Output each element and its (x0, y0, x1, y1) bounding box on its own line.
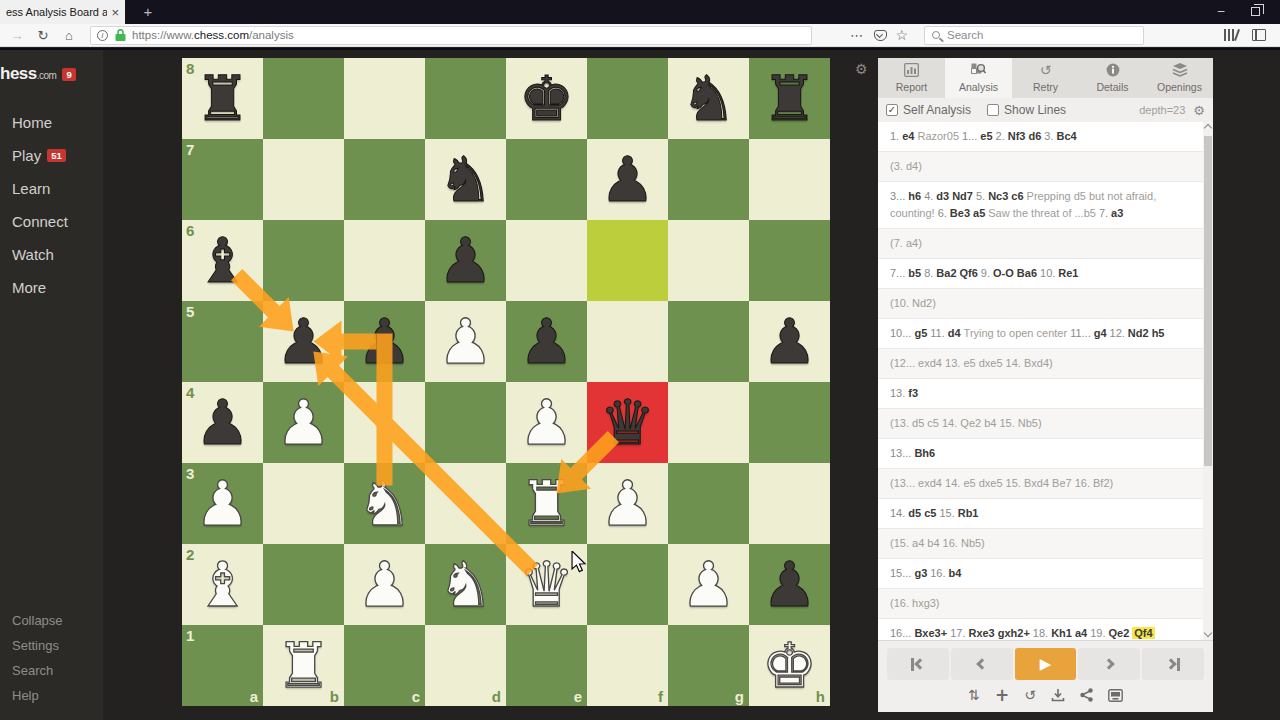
square-b1[interactable]: b♜ (263, 625, 344, 706)
variation-row: (12... exd4 13. e5 dxe5 14. Bxd4) (878, 349, 1213, 379)
move[interactable]: Kh1 (1051, 627, 1072, 639)
chesscom-page: hess.com 9 HomePlay51LearnConnectWatchMo… (0, 50, 1280, 720)
scroll-down-icon[interactable] (1204, 629, 1212, 637)
chess-board: 8♜♚♞♜7♞♟6♝♟5♟♟♟♟♟4♟♟♟♛3♟♞♜♟2♝♟♞♛♟♟1ab♜cd… (182, 58, 830, 706)
sidebar-footer-collapse[interactable]: Collapse (0, 608, 103, 633)
move[interactable]: d4 (948, 327, 961, 339)
comment: Razor05 (917, 130, 959, 142)
square-g1[interactable]: g (668, 625, 749, 706)
url-bar[interactable]: i https://www.chess.com/analysis (90, 26, 812, 45)
move[interactable]: d6 (1028, 130, 1041, 142)
move[interactable]: f3 (908, 387, 918, 399)
square-h7[interactable] (749, 139, 830, 220)
move[interactable]: O-O (993, 267, 1014, 279)
play-move-button[interactable]: ▶ (1015, 648, 1077, 680)
mouse-cursor (570, 551, 588, 573)
square-d6[interactable]: ♟ (425, 220, 506, 301)
tab-label: Details (1096, 81, 1128, 93)
show-lines-checkbox[interactable] (987, 104, 999, 116)
file-label: f (658, 688, 663, 705)
square-h2[interactable]: ♟ (749, 544, 830, 625)
report-icon (904, 63, 919, 78)
move-list-scrollbar[interactable] (1203, 122, 1213, 640)
move-number[interactable]: 3... (890, 190, 905, 202)
move[interactable]: Qf6 (960, 267, 978, 279)
variation-row: (13. d5 c5 14. Qe2 b4 15. Nb5) (878, 409, 1213, 439)
scrollbar-thumb[interactable] (1204, 136, 1212, 466)
scroll-up-icon[interactable] (1204, 124, 1212, 132)
rank-label: 6 (186, 222, 194, 239)
sidebar-footer-search[interactable]: Search (0, 658, 103, 683)
square-a3[interactable]: 3♟ (182, 463, 263, 544)
search-placeholder: Search (947, 29, 983, 41)
left-sidebar: hess.com 9 HomePlay51LearnConnectWatchMo… (0, 50, 103, 720)
white-knight-d2[interactable]: ♞ (438, 554, 494, 616)
analysis-panel: ReportAnalysis↺RetryDetailsOpenings ✓ Se… (878, 58, 1213, 712)
browser-titlebar: ess Analysis Board and PGN × + – (0, 0, 1280, 24)
square-c2[interactable]: ♟ (344, 544, 425, 625)
square-d3[interactable] (425, 463, 506, 544)
move[interactable]: gxh2+ (998, 627, 1030, 639)
move[interactable]: g4 (1094, 327, 1107, 339)
move-number[interactable]: 10... (890, 327, 911, 339)
white-rook-b1[interactable]: ♜ (276, 635, 332, 697)
square-f2[interactable] (587, 544, 668, 625)
panel-tabs: ReportAnalysis↺RetryDetailsOpenings (878, 58, 1213, 98)
square-a5[interactable]: 5 (182, 301, 263, 382)
forward-icon[interactable]: → (4, 28, 30, 43)
search-bar[interactable]: Search (924, 26, 1144, 45)
square-c1[interactable]: c (344, 625, 425, 706)
square-c3[interactable]: ♞ (344, 463, 425, 544)
square-c4[interactable] (344, 382, 425, 463)
black-pawn-h5[interactable]: ♟ (762, 311, 818, 373)
black-knight-d7[interactable]: ♞ (438, 149, 494, 211)
move-number[interactable]: 2. (996, 130, 1005, 142)
black-rook-a8[interactable]: ♜ (195, 68, 251, 130)
tab-openings[interactable]: Openings (1146, 58, 1213, 98)
move-number[interactable]: 12. (1110, 327, 1125, 339)
white-pawn-b4[interactable]: ♟ (276, 392, 332, 454)
mainline-row: 13.f3 (878, 379, 1213, 409)
square-g6[interactable] (668, 220, 749, 301)
white-pawn-c2[interactable]: ♟ (357, 554, 413, 616)
board-tools-row: ⇅+↺ (887, 682, 1204, 708)
browser-tab[interactable]: ess Analysis Board and PGN × (0, 0, 125, 24)
move[interactable]: e4 (902, 130, 914, 142)
sidebar-item-connect[interactable]: Connect (0, 205, 103, 238)
tab-analysis[interactable]: Analysis (945, 58, 1012, 98)
move-number[interactable]: 18. (1033, 627, 1048, 639)
square-a1[interactable]: 1a (182, 625, 263, 706)
black-pawn-e5[interactable]: ♟ (519, 311, 575, 373)
white-king-h1[interactable]: ♚ (762, 635, 818, 697)
rank-label: 4 (186, 384, 194, 401)
tab-label: Report (896, 81, 928, 93)
square-d8[interactable] (425, 58, 506, 139)
square-a8[interactable]: 8♜ (182, 58, 263, 139)
retry-icon: ↺ (1040, 63, 1052, 78)
square-g7[interactable] (668, 139, 749, 220)
openings-icon (1172, 63, 1188, 78)
variation-row: (16. hxg3) (878, 589, 1213, 619)
prev-move-button[interactable] (951, 648, 1013, 680)
black-pawn-h2[interactable]: ♟ (762, 554, 818, 616)
sidebar-item-home[interactable]: Home (0, 106, 103, 139)
square-f8[interactable] (587, 58, 668, 139)
last-move-button[interactable] (1142, 648, 1204, 680)
next-move-button[interactable] (1078, 648, 1140, 680)
share-icon[interactable] (1080, 688, 1093, 702)
variation-row: (7. a4) (878, 229, 1213, 259)
sidebar-item-more[interactable]: More (0, 271, 103, 304)
logo-text: hess.com (0, 64, 56, 84)
variation-row: (10. Nd2) (878, 289, 1213, 319)
white-queen-e2[interactable]: ♛ (519, 554, 575, 616)
details-icon (1106, 63, 1120, 78)
tab-label: Openings (1157, 81, 1202, 93)
rank-label: 1 (186, 627, 194, 644)
white-pawn-g2[interactable]: ♟ (681, 554, 737, 616)
move[interactable]: Nd2 (1128, 327, 1149, 339)
square-g5[interactable] (668, 301, 749, 382)
move[interactable]: e5 (980, 130, 992, 142)
move[interactable]: Be3 (950, 207, 970, 219)
engine-depth: depth=23 (1139, 104, 1185, 116)
square-e1[interactable]: e (506, 625, 587, 706)
mainline-row: 15...g316.b4 (878, 559, 1213, 589)
library-icon[interactable] (1224, 29, 1240, 41)
move[interactable]: Bxe3+ (914, 627, 947, 639)
window-restore-button[interactable] (1240, 0, 1270, 24)
variation-row: (3. d4) (878, 152, 1213, 182)
move-nav-row: ▶ (887, 648, 1204, 680)
mainline-row: 13...Bh6 (878, 439, 1213, 469)
black-bishop-a6[interactable]: ♝ (195, 230, 251, 292)
black-pawn-d6[interactable]: ♟ (438, 230, 494, 292)
square-g3[interactable] (668, 463, 749, 544)
move-number[interactable]: 6. (938, 207, 947, 219)
comment: (3. d4) (890, 160, 922, 172)
black-pawn-f7[interactable]: ♟ (600, 149, 656, 211)
square-d7[interactable]: ♞ (425, 139, 506, 220)
move[interactable]: Nf3 (1008, 130, 1026, 142)
next-icon (1104, 658, 1115, 669)
analysis-options-row: ✓ Self Analysis Show Lines depth=23 ⚙ (878, 98, 1213, 122)
last-icon (1165, 658, 1176, 669)
mainline-row: 10...g511.d4Trying to open center11...g4… (878, 319, 1213, 349)
move[interactable]: h6 (908, 190, 921, 202)
move-number[interactable]: 15. (939, 507, 954, 519)
variation-row: (13... exd4 14. e5 dxe5 15. Bxd4 Be7 16.… (878, 469, 1213, 499)
sidebar-menu: HomePlay51LearnConnectWatchMore (0, 106, 103, 304)
bookmark-star-icon[interactable]: ☆ (895, 27, 908, 43)
black-pawn-c5[interactable]: ♟ (357, 311, 413, 373)
square-d2[interactable]: ♞ (425, 544, 506, 625)
square-a2[interactable]: 2♝ (182, 544, 263, 625)
square-c7[interactable] (344, 139, 425, 220)
move-number[interactable]: 17. (950, 627, 965, 639)
black-rook-h8[interactable]: ♜ (762, 68, 818, 130)
tab-title: ess Analysis Board and PGN (6, 6, 107, 18)
move-number[interactable]: 9. (981, 267, 990, 279)
comment: (16. hxg3) (890, 597, 940, 609)
square-b6[interactable] (263, 220, 344, 301)
sidebar-item-learn[interactable]: Learn (0, 172, 103, 205)
move[interactable]: Qe2 (1108, 627, 1129, 639)
prev-icon (976, 658, 987, 669)
move-number[interactable]: 3. (1044, 130, 1053, 142)
flip-icon[interactable]: ⇅ (968, 688, 980, 702)
square-e6[interactable] (506, 220, 587, 301)
page-actions-icon[interactable]: ⋯ (844, 28, 868, 43)
variation-row: (15. a4 b4 16. Nb5) (878, 529, 1213, 559)
reset-icon[interactable]: ↺ (1024, 688, 1036, 702)
site-info-icon[interactable]: i (97, 30, 108, 41)
tab-retry[interactable]: ↺Retry (1012, 58, 1079, 98)
move-number[interactable]: 5. (976, 190, 985, 202)
file-label: e (574, 688, 582, 705)
window-minimize-button[interactable]: – (1206, 0, 1236, 24)
move[interactable]: b5 (908, 267, 921, 279)
square-h8[interactable]: ♜ (749, 58, 830, 139)
move-number[interactable]: 7. (1099, 207, 1108, 219)
rank-label: 2 (186, 546, 194, 563)
current-move[interactable]: Qf4 (1132, 627, 1154, 639)
move-number[interactable]: 8. (924, 267, 933, 279)
black-pawn-b5[interactable]: ♟ (276, 311, 332, 373)
self-analysis-checkbox[interactable]: ✓ (886, 104, 898, 116)
analysis-icon (971, 63, 986, 78)
white-pawn-f3[interactable]: ♟ (600, 473, 656, 535)
mainline-row: 7...b58.Ba2Qf69.O-OBa610.Re1 (878, 259, 1213, 289)
move[interactable]: a5 (973, 207, 985, 219)
file-label: a (250, 688, 258, 705)
move[interactable]: c5 (924, 507, 936, 519)
move[interactable]: g3 (914, 567, 927, 579)
square-e5[interactable]: ♟ (506, 301, 587, 382)
move-number[interactable]: 16... (890, 627, 911, 639)
file-label: d (492, 688, 501, 705)
move[interactable]: Bh6 (914, 447, 935, 459)
move[interactable]: h5 (1152, 327, 1165, 339)
move-number[interactable]: 16. (930, 567, 945, 579)
mainline-row: 3...h64.d3Nd75.Nc3c6Prepping d5 but not … (878, 182, 1213, 229)
square-b7[interactable] (263, 139, 344, 220)
square-f5[interactable] (587, 301, 668, 382)
restore-icon (1251, 7, 1260, 16)
sidebar-footer: CollapseSettingsSearchHelp (0, 608, 103, 708)
reload-icon[interactable]: ↻ (30, 28, 56, 43)
tab-report[interactable]: Report (878, 58, 945, 98)
tab-label: Retry (1033, 81, 1058, 93)
square-f3[interactable]: ♟ (587, 463, 668, 544)
last-icon (1177, 658, 1180, 671)
square-c8[interactable] (344, 58, 425, 139)
square-h6[interactable] (749, 220, 830, 301)
move-number[interactable]: 13... (890, 447, 911, 459)
tab-label: Analysis (959, 81, 998, 93)
black-knight-g8[interactable]: ♞ (681, 68, 737, 130)
white-pawn-d5[interactable]: ♟ (438, 311, 494, 373)
black-king-e8[interactable]: ♚ (519, 68, 575, 130)
square-g4[interactable] (668, 382, 749, 463)
sidebar-item-play[interactable]: Play51 (0, 139, 103, 172)
sidebar-badge: 51 (47, 149, 66, 162)
move[interactable]: Nc3 (988, 190, 1008, 202)
white-knight-c3[interactable]: ♞ (357, 473, 413, 535)
square-f6[interactable] (587, 220, 668, 301)
move[interactable]: b4 (949, 567, 962, 579)
move[interactable]: d5 (908, 507, 921, 519)
move[interactable]: Rxe3 (968, 627, 994, 639)
square-d4[interactable] (425, 382, 506, 463)
tab-close-icon[interactable]: × (111, 5, 119, 20)
url-text: https://www.chess.com/analysis (132, 29, 294, 41)
white-rook-e3[interactable]: ♜ (519, 473, 575, 535)
comment: (10. Nd2) (890, 297, 936, 309)
move-number[interactable]: 11. (930, 327, 944, 339)
move-number[interactable]: 10. (1040, 267, 1055, 279)
home-icon[interactable]: ⌂ (56, 28, 82, 43)
move[interactable]: Ba2 (936, 267, 956, 279)
rank-label: 8 (186, 60, 194, 77)
square-c5[interactable]: ♟ (344, 301, 425, 382)
square-c6[interactable] (344, 220, 425, 301)
move[interactable]: a3 (1111, 207, 1123, 219)
comment: Saw the threat of ...b5 (988, 207, 1096, 219)
mainline-row: 16...Bxe3+17.Rxe3gxh2+18.Kh1a419.Qe2Qf4 (878, 619, 1213, 640)
notification-badge: 9 (62, 68, 75, 81)
sidebar-footer-settings[interactable]: Settings (0, 633, 103, 658)
comment: (13... exd4 14. e5 dxe5 15. Bxd4 Be7 16.… (890, 477, 1113, 489)
move-number[interactable]: 4. (924, 190, 933, 202)
comment: (7. a4) (890, 237, 922, 249)
move-number[interactable]: 7... (890, 267, 905, 279)
square-a7[interactable]: 7 (182, 139, 263, 220)
sidebar-footer-help[interactable]: Help (0, 683, 103, 708)
move-number[interactable]: 1... (962, 130, 977, 142)
move[interactable]: Ba6 (1017, 267, 1037, 279)
black-queen-f4[interactable]: ♛ (600, 392, 656, 454)
comment: (15. a4 b4 16. Nb5) (890, 537, 985, 549)
white-bishop-a2[interactable]: ♝ (195, 554, 251, 616)
engine-settings-gear-icon[interactable]: ⚙ (1193, 103, 1205, 118)
move[interactable]: g5 (914, 327, 927, 339)
show-lines-label: Show Lines (1004, 103, 1066, 117)
square-a6[interactable]: 6♝ (182, 220, 263, 301)
save-icon[interactable] (1108, 689, 1123, 702)
white-pawn-e4[interactable]: ♟ (519, 392, 575, 454)
pocket-icon[interactable] (874, 30, 887, 41)
search-icon (932, 31, 940, 39)
square-f7[interactable]: ♟ (587, 139, 668, 220)
tab-details[interactable]: Details (1079, 58, 1146, 98)
move[interactable]: a4 (1075, 627, 1087, 639)
chesscom-logo[interactable]: hess.com 9 (0, 50, 103, 84)
move[interactable]: Bc4 (1057, 130, 1077, 142)
square-f1[interactable]: f (587, 625, 668, 706)
white-pawn-a3[interactable]: ♟ (195, 473, 251, 535)
move-number[interactable]: 19. (1090, 627, 1105, 639)
move-number[interactable]: 13. (890, 387, 905, 399)
square-e4[interactable]: ♟ (506, 382, 587, 463)
board-settings-gear-icon[interactable]: ⚙ (855, 61, 868, 77)
square-g2[interactable]: ♟ (668, 544, 749, 625)
square-e7[interactable] (506, 139, 587, 220)
https-lock-icon (115, 29, 126, 41)
comment: Trying to open center (964, 327, 1068, 339)
browser-toolbar: → ↻ ⌂ i https://www.chess.com/analysis ⋯… (0, 24, 1280, 47)
move[interactable]: Rb1 (958, 507, 979, 519)
add-icon[interactable]: + (995, 687, 1009, 704)
square-f4[interactable]: ♛ (587, 382, 668, 463)
square-h4[interactable] (749, 382, 830, 463)
square-d1[interactable]: d (425, 625, 506, 706)
square-d5[interactable]: ♟ (425, 301, 506, 382)
new-tab-button[interactable]: + (137, 2, 159, 22)
square-h3[interactable] (749, 463, 830, 544)
comment: (12... exd4 13. e5 dxe5 14. Bxd4) (890, 357, 1053, 369)
sidebars-icon[interactable] (1252, 29, 1266, 41)
rank-label: 3 (186, 465, 194, 482)
square-b8[interactable] (263, 58, 344, 139)
move-number[interactable]: 14. (890, 507, 905, 519)
move[interactable]: c6 (1011, 190, 1023, 202)
mainline-row: 14.d5c515.Rb1 (878, 499, 1213, 529)
panel-footer: ▶ ⇅+↺ (878, 640, 1213, 712)
move-number[interactable]: 1. (890, 130, 899, 142)
file-label: g (735, 688, 744, 705)
move[interactable]: d3 (936, 190, 949, 202)
square-e8[interactable]: ♚ (506, 58, 587, 139)
square-h5[interactable]: ♟ (749, 301, 830, 382)
rank-label: 7 (186, 141, 194, 158)
black-pawn-a4[interactable]: ♟ (195, 392, 251, 454)
square-a4[interactable]: 4♟ (182, 382, 263, 463)
file-label: c (412, 688, 420, 705)
move-list[interactable]: 1.e4Razor051...e52.Nf3d63.Bc4(3. d4)3...… (878, 122, 1213, 640)
square-b5[interactable]: ♟ (263, 301, 344, 382)
square-b3[interactable] (263, 463, 344, 544)
mainline-row: 1.e4Razor051...e52.Nf3d63.Bc4 (878, 122, 1213, 152)
rank-label: 5 (186, 303, 194, 320)
download-icon[interactable] (1051, 688, 1065, 702)
play-icon: ▶ (1040, 657, 1052, 672)
self-analysis-label: Self Analysis (903, 103, 971, 117)
move-number[interactable]: 11... (1070, 327, 1091, 339)
move[interactable]: Re1 (1058, 267, 1078, 279)
comment: (13. d5 c5 14. Qe2 b4 15. Nb5) (890, 417, 1042, 429)
square-e3[interactable]: ♜ (506, 463, 587, 544)
first-icon (915, 658, 926, 669)
square-b2[interactable] (263, 544, 344, 625)
first-move-button[interactable] (887, 648, 949, 680)
square-g8[interactable]: ♞ (668, 58, 749, 139)
square-b4[interactable]: ♟ (263, 382, 344, 463)
move-number[interactable]: 15... (890, 567, 911, 579)
move[interactable]: Nd7 (952, 190, 973, 202)
square-h1[interactable]: h♚ (749, 625, 830, 706)
sidebar-item-watch[interactable]: Watch (0, 238, 103, 271)
